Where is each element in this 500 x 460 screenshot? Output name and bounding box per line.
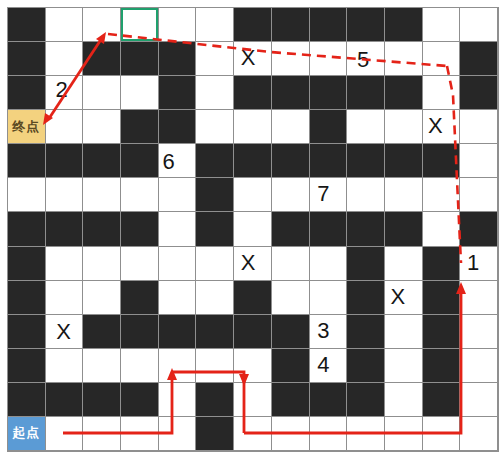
open-cell — [272, 417, 310, 451]
waypoint-number-4: 4 — [317, 354, 329, 376]
open-cell — [196, 247, 234, 281]
wall-cell — [347, 281, 385, 315]
open-cell — [196, 42, 234, 76]
dead-end-mark: X — [428, 115, 443, 137]
open-cell — [460, 144, 498, 178]
open-cell — [272, 110, 310, 144]
wall-cell — [347, 76, 385, 110]
open-cell — [83, 417, 121, 451]
maze-screenshot: 终点起点 25XX671XXX34 — [0, 0, 500, 460]
open-cell — [83, 8, 121, 42]
wall-cell — [310, 144, 348, 178]
wall-cell — [234, 281, 272, 315]
wall-cell — [385, 144, 423, 178]
open-cell — [234, 383, 272, 417]
wall-cell — [121, 42, 159, 76]
wall-cell — [8, 76, 46, 110]
wall-cell — [121, 144, 159, 178]
wall-cell — [272, 383, 310, 417]
wall-cell — [385, 212, 423, 246]
open-cell — [347, 110, 385, 144]
wall-cell — [8, 383, 46, 417]
wall-cell — [121, 281, 159, 315]
wall-cell — [8, 42, 46, 76]
waypoint-number-6: 6 — [162, 151, 174, 173]
wall-cell — [310, 110, 348, 144]
wall-cell — [83, 144, 121, 178]
wall-cell — [8, 8, 46, 42]
open-cell — [8, 178, 46, 212]
open-cell — [121, 417, 159, 451]
wall-cell — [83, 315, 121, 349]
wall-cell — [310, 76, 348, 110]
open-cell — [159, 178, 197, 212]
wall-cell — [234, 76, 272, 110]
waypoint-number-2: 2 — [55, 79, 67, 101]
open-cell — [310, 247, 348, 281]
open-cell — [46, 110, 84, 144]
wall-cell — [460, 42, 498, 76]
open-cell — [159, 417, 197, 451]
wall-cell — [347, 8, 385, 42]
open-cell — [46, 417, 84, 451]
open-cell — [385, 42, 423, 76]
open-cell — [83, 247, 121, 281]
open-cell — [460, 417, 498, 451]
waypoint-number-7: 7 — [317, 183, 329, 205]
open-cell — [347, 178, 385, 212]
wall-cell — [272, 8, 310, 42]
open-cell — [423, 178, 461, 212]
wall-cell — [423, 247, 461, 281]
open-cell — [310, 417, 348, 451]
wall-cell — [272, 349, 310, 383]
open-cell — [310, 281, 348, 315]
waypoint-number-5: 5 — [357, 49, 369, 71]
open-cell — [272, 247, 310, 281]
wall-cell — [8, 315, 46, 349]
wall-cell — [347, 349, 385, 383]
maze-board: 终点起点 — [7, 7, 499, 452]
wall-cell — [196, 315, 234, 349]
waypoint-number-1: 1 — [467, 252, 479, 274]
wall-cell — [196, 417, 234, 451]
wall-cell — [159, 42, 197, 76]
open-cell — [159, 8, 197, 42]
goal-cell — [121, 8, 159, 42]
open-cell — [385, 383, 423, 417]
wall-cell — [234, 144, 272, 178]
wall-cell — [8, 349, 46, 383]
open-cell — [423, 42, 461, 76]
wall-cell — [460, 212, 498, 246]
open-cell — [159, 349, 197, 383]
open-cell — [385, 247, 423, 281]
wall-cell — [121, 110, 159, 144]
wall-cell — [347, 383, 385, 417]
wall-cell — [159, 76, 197, 110]
wall-cell — [385, 8, 423, 42]
wall-cell — [121, 212, 159, 246]
open-cell — [159, 281, 197, 315]
open-cell — [159, 212, 197, 246]
open-cell — [234, 417, 272, 451]
open-cell — [159, 247, 197, 281]
wall-cell — [196, 178, 234, 212]
wall-cell — [8, 144, 46, 178]
open-cell — [196, 349, 234, 383]
dead-end-mark: X — [56, 321, 71, 343]
dead-end-mark: X — [241, 252, 256, 274]
wall-cell — [272, 144, 310, 178]
wall-cell — [196, 212, 234, 246]
open-cell — [310, 42, 348, 76]
wall-cell — [272, 212, 310, 246]
wall-cell — [8, 212, 46, 246]
wall-cell — [347, 247, 385, 281]
wall-cell — [8, 247, 46, 281]
open-cell — [423, 76, 461, 110]
open-cell — [460, 281, 498, 315]
wall-cell — [272, 315, 310, 349]
wall-cell — [385, 76, 423, 110]
open-cell — [121, 76, 159, 110]
open-cell — [423, 8, 461, 42]
dead-end-mark: X — [241, 47, 256, 69]
open-cell — [83, 76, 121, 110]
wall-cell — [423, 315, 461, 349]
open-cell — [423, 212, 461, 246]
open-cell — [159, 383, 197, 417]
wall-cell — [8, 281, 46, 315]
open-cell — [460, 315, 498, 349]
waypoint-number-3: 3 — [317, 320, 329, 342]
open-cell — [460, 383, 498, 417]
open-cell — [423, 417, 461, 451]
open-cell — [385, 315, 423, 349]
dead-end-mark: X — [390, 286, 405, 308]
wall-cell — [46, 383, 84, 417]
wall-cell — [83, 212, 121, 246]
open-cell — [385, 178, 423, 212]
open-cell — [385, 349, 423, 383]
open-cell — [234, 212, 272, 246]
open-cell — [272, 42, 310, 76]
wall-cell — [310, 8, 348, 42]
wall-cell — [272, 76, 310, 110]
open-cell — [272, 178, 310, 212]
open-cell — [46, 42, 84, 76]
open-cell — [347, 417, 385, 451]
wall-cell — [423, 281, 461, 315]
end-cell: 终点 — [8, 110, 46, 144]
wall-cell — [423, 144, 461, 178]
open-cell — [385, 417, 423, 451]
wall-cell — [234, 8, 272, 42]
open-cell — [460, 349, 498, 383]
wall-cell — [196, 383, 234, 417]
open-cell — [121, 247, 159, 281]
wall-cell — [196, 144, 234, 178]
wall-cell — [46, 212, 84, 246]
open-cell — [46, 178, 84, 212]
open-cell — [83, 178, 121, 212]
start-cell: 起点 — [8, 417, 46, 451]
open-cell — [83, 281, 121, 315]
wall-cell — [347, 212, 385, 246]
open-cell — [121, 349, 159, 383]
wall-cell — [347, 144, 385, 178]
wall-cell — [423, 349, 461, 383]
open-cell — [272, 281, 310, 315]
open-cell — [234, 349, 272, 383]
open-cell — [196, 110, 234, 144]
open-cell — [460, 110, 498, 144]
wall-cell — [423, 383, 461, 417]
open-cell — [83, 110, 121, 144]
wall-cell — [83, 42, 121, 76]
wall-cell — [159, 110, 197, 144]
open-cell — [234, 110, 272, 144]
open-cell — [121, 178, 159, 212]
open-cell — [385, 110, 423, 144]
open-cell — [196, 76, 234, 110]
open-cell — [83, 349, 121, 383]
open-cell — [460, 8, 498, 42]
wall-cell — [460, 76, 498, 110]
wall-cell — [234, 315, 272, 349]
open-cell — [196, 8, 234, 42]
open-cell — [46, 8, 84, 42]
wall-cell — [159, 315, 197, 349]
wall-cell — [347, 315, 385, 349]
wall-cell — [46, 144, 84, 178]
open-cell — [234, 178, 272, 212]
wall-cell — [310, 383, 348, 417]
open-cell — [196, 281, 234, 315]
open-cell — [46, 281, 84, 315]
wall-cell — [310, 212, 348, 246]
open-cell — [460, 178, 498, 212]
open-cell — [46, 247, 84, 281]
wall-cell — [83, 383, 121, 417]
open-cell — [46, 349, 84, 383]
wall-cell — [121, 315, 159, 349]
wall-cell — [121, 383, 159, 417]
